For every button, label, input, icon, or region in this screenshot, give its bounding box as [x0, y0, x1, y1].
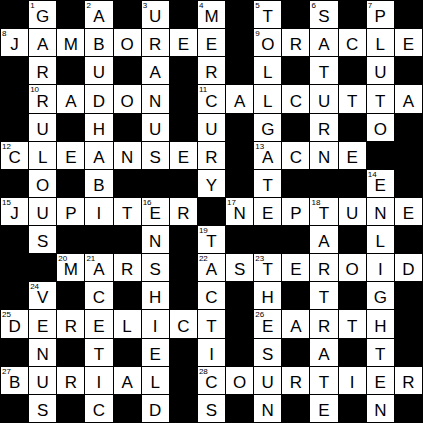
cell-r1-c7[interactable]: E	[198, 29, 225, 56]
black-cell-r2-c2	[57, 57, 84, 84]
cell-r11-c13[interactable]: H	[367, 310, 394, 337]
clue-number: 25	[2, 310, 11, 319]
cell-letter: J	[10, 36, 19, 56]
cell-r3-c5[interactable]: N	[142, 85, 169, 112]
cell-letter: A	[93, 261, 104, 281]
cell-r14-c9[interactable]: N	[254, 395, 281, 422]
cell-letter: S	[150, 149, 161, 169]
cell-letter: T	[263, 261, 273, 281]
cell-r2-c3[interactable]: U	[85, 57, 112, 84]
cell-letter: U	[37, 374, 49, 394]
cell-r1-c13[interactable]: L	[367, 29, 394, 56]
cell-r13-c12[interactable]: I	[339, 367, 366, 394]
cell-r14-c7[interactable]: S	[198, 395, 225, 422]
cell-r5-c9[interactable]: 13A	[254, 142, 281, 169]
cell-r5-c7[interactable]: R	[198, 142, 225, 169]
cell-letter: U	[37, 205, 49, 225]
cell-r6-c1[interactable]: O	[29, 170, 56, 197]
black-cell-r8-c4	[114, 226, 141, 253]
cell-letter: H	[374, 318, 386, 338]
black-cell-r2-c12	[339, 57, 366, 84]
clue-number: 12	[2, 142, 11, 151]
cell-r7-c10[interactable]: P	[282, 198, 309, 225]
cell-r12-c13[interactable]: T	[367, 339, 394, 366]
clue-number: 4	[199, 1, 203, 10]
cell-r4-c1[interactable]: U	[29, 114, 56, 141]
cell-r3-c8[interactable]: A	[226, 85, 253, 112]
black-cell-r2-c6	[170, 57, 197, 84]
cell-r7-c9[interactable]: E	[254, 198, 281, 225]
clue-number: 1	[30, 1, 34, 10]
clue-number: 28	[199, 367, 208, 376]
cell-r3-c14[interactable]: A	[395, 85, 422, 112]
cell-letter: I	[209, 346, 214, 366]
black-cell-r6-c0	[1, 170, 28, 197]
cell-r2-c7[interactable]: R	[198, 57, 225, 84]
cell-letter: A	[37, 36, 48, 56]
cell-letter: A	[234, 93, 245, 113]
cell-r3-c4[interactable]: O	[114, 85, 141, 112]
black-cell-r12-c4	[114, 339, 141, 366]
cell-letter: A	[318, 346, 329, 366]
clue-number: 13	[255, 142, 264, 151]
cell-letter: T	[263, 8, 273, 28]
cell-letter: S	[37, 233, 48, 253]
cell-r14-c1[interactable]: S	[29, 395, 56, 422]
cell-r9-c7[interactable]: 22A	[198, 254, 225, 281]
cell-letter: B	[93, 177, 104, 197]
black-cell-r2-c8	[226, 57, 253, 84]
cell-letter: R	[177, 205, 189, 225]
cell-letter: D	[8, 318, 20, 338]
cell-letter: T	[319, 205, 329, 225]
cell-r3-c10[interactable]: C	[282, 85, 309, 112]
black-cell-r12-c10	[282, 339, 309, 366]
cell-letter: V	[37, 289, 48, 309]
cell-letter: R	[318, 261, 330, 281]
clue-number: 10	[30, 85, 39, 94]
cell-r3-c3[interactable]: D	[85, 85, 112, 112]
cell-r1-c6[interactable]: E	[170, 29, 197, 56]
cell-letter: E	[65, 149, 76, 169]
cell-r6-c9[interactable]: T	[254, 170, 281, 197]
cell-r1-c4[interactable]: O	[114, 29, 141, 56]
clue-number: 11	[199, 85, 207, 94]
cell-r5-c1[interactable]: L	[29, 142, 56, 169]
black-cell-r14-c6	[170, 395, 197, 422]
cell-r0-c3[interactable]: 2A	[85, 1, 112, 28]
cell-r5-c5[interactable]: S	[142, 142, 169, 169]
cell-r12-c5[interactable]: E	[142, 339, 169, 366]
cell-r11-c12[interactable]: T	[339, 310, 366, 337]
cell-r13-c9[interactable]: U	[254, 367, 281, 394]
clue-number: 18	[311, 198, 320, 207]
cell-r10-c9[interactable]: H	[254, 282, 281, 309]
cell-letter: U	[205, 121, 217, 141]
black-cell-r6-c12	[339, 170, 366, 197]
cell-letter: U	[149, 8, 161, 28]
cell-letter: T	[375, 346, 385, 366]
cell-letter: E	[318, 402, 329, 422]
cell-r1-c9[interactable]: 9O	[254, 29, 281, 56]
cell-r8-c11[interactable]: A	[310, 226, 337, 253]
clue-number: 5	[255, 1, 259, 10]
cell-r10-c7[interactable]: C	[198, 282, 225, 309]
cell-r13-c5[interactable]: L	[142, 367, 169, 394]
cell-letter: A	[121, 374, 132, 394]
cell-letter: C	[93, 402, 105, 422]
cell-r6-c3[interactable]: B	[85, 170, 112, 197]
cell-letter: I	[97, 374, 102, 394]
clue-number: 14	[368, 170, 377, 179]
cell-letter: N	[149, 93, 161, 113]
cell-r5-c4[interactable]: N	[114, 142, 141, 169]
cell-r1-c14[interactable]: E	[395, 29, 422, 56]
cell-r3-c9[interactable]: L	[254, 85, 281, 112]
cell-r13-c3[interactable]: I	[85, 367, 112, 394]
cell-letter: R	[318, 121, 330, 141]
cell-letter: C	[205, 374, 217, 394]
cell-letter: E	[403, 36, 414, 56]
cell-r9-c8[interactable]: S	[226, 254, 253, 281]
cell-letter: E	[37, 318, 48, 338]
cell-r7-c5[interactable]: 16E	[142, 198, 169, 225]
cell-r6-c7[interactable]: Y	[198, 170, 225, 197]
cell-r13-c2[interactable]: R	[57, 367, 84, 394]
black-cell-r10-c10	[282, 282, 309, 309]
black-cell-r3-c0	[1, 85, 28, 112]
cell-r12-c1[interactable]: N	[29, 339, 56, 366]
cell-r7-c6[interactable]: R	[170, 198, 197, 225]
cell-r7-c13[interactable]: N	[367, 198, 394, 225]
cell-letter: G	[261, 121, 274, 141]
cell-letter: T	[206, 233, 216, 253]
black-cell-r14-c4	[114, 395, 141, 422]
black-cell-r8-c10	[282, 226, 309, 253]
cell-r13-c4[interactable]: A	[114, 367, 141, 394]
cell-letter: L	[122, 318, 131, 338]
cell-letter: N	[374, 402, 386, 422]
cell-r13-c0[interactable]: 27B	[1, 367, 28, 394]
cell-r1-c5[interactable]: R	[142, 29, 169, 56]
cell-r9-c14[interactable]: D	[395, 254, 422, 281]
clue-number: 19	[199, 226, 208, 235]
cell-letter: R	[65, 318, 77, 338]
cell-r0-c5[interactable]: 3U	[142, 1, 169, 28]
black-cell-r14-c12	[339, 395, 366, 422]
cell-r4-c5[interactable]: U	[142, 114, 169, 141]
black-cell-r8-c2	[57, 226, 84, 253]
cell-letter: E	[375, 374, 386, 394]
cell-letter: N	[374, 205, 386, 225]
cell-r0-c11[interactable]: 6S	[310, 1, 337, 28]
cell-letter: D	[149, 402, 161, 422]
black-cell-r8-c12	[339, 226, 366, 253]
cell-r1-c1[interactable]: A	[29, 29, 56, 56]
cell-r14-c13[interactable]: N	[367, 395, 394, 422]
cell-r13-c8[interactable]: O	[226, 367, 253, 394]
clue-number: 2	[86, 1, 90, 10]
cell-letter: E	[178, 36, 189, 56]
cell-letter: S	[37, 402, 48, 422]
cell-r10-c13[interactable]: G	[367, 282, 394, 309]
cell-r12-c9[interactable]: S	[254, 339, 281, 366]
cell-r13-c10[interactable]: R	[282, 367, 309, 394]
black-cell-r12-c8	[226, 339, 253, 366]
cell-r11-c1[interactable]: E	[29, 310, 56, 337]
cell-r3-c7[interactable]: 11C	[198, 85, 225, 112]
cell-r1-c12[interactable]: C	[339, 29, 366, 56]
cell-r11-c6[interactable]: C	[170, 310, 197, 337]
black-cell-r6-c5	[142, 170, 169, 197]
cell-r7-c11[interactable]: 18T	[310, 198, 337, 225]
cell-r13-c11[interactable]: T	[310, 367, 337, 394]
cell-letter: E	[375, 177, 386, 197]
cell-r4-c13[interactable]: O	[367, 114, 394, 141]
cell-r11-c9[interactable]: 26E	[254, 310, 281, 337]
cell-letter: C	[346, 36, 358, 56]
cell-r6-c13[interactable]: 14E	[367, 170, 394, 197]
cell-r7-c4[interactable]: T	[114, 198, 141, 225]
cell-letter: U	[374, 64, 386, 84]
cell-r9-c3[interactable]: 21A	[85, 254, 112, 281]
cell-r0-c1[interactable]: 1G	[29, 1, 56, 28]
cell-letter: S	[234, 261, 245, 281]
cell-r8-c5[interactable]: N	[142, 226, 169, 253]
cell-r10-c1[interactable]: 24V	[29, 282, 56, 309]
cell-letter: R	[149, 36, 161, 56]
cell-letter: T	[319, 64, 329, 84]
black-cell-r5-c13	[367, 142, 394, 169]
cell-letter: A	[318, 233, 329, 253]
cell-letter: R	[290, 36, 302, 56]
cell-letter: T	[319, 374, 329, 394]
cell-letter: N	[262, 402, 274, 422]
cell-r1-c3[interactable]: B	[85, 29, 112, 56]
cell-letter: H	[262, 289, 274, 309]
cell-letter: A	[93, 149, 104, 169]
black-cell-r8-c3	[85, 226, 112, 253]
clue-number: 23	[255, 254, 264, 263]
cell-r12-c7[interactable]: I	[198, 339, 225, 366]
cell-letter: S	[150, 261, 161, 281]
cell-r2-c11[interactable]: T	[310, 57, 337, 84]
black-cell-r6-c8	[226, 170, 253, 197]
cell-r14-c5[interactable]: D	[142, 395, 169, 422]
cell-letter: E	[150, 346, 161, 366]
cell-letter: E	[346, 149, 357, 169]
black-cell-r4-c2	[57, 114, 84, 141]
cell-r11-c3[interactable]: E	[85, 310, 112, 337]
cell-r10-c5[interactable]: H	[142, 282, 169, 309]
clue-number: 24	[30, 282, 39, 291]
cell-r7-c8[interactable]: 17N	[226, 198, 253, 225]
cell-r7-c14[interactable]: E	[395, 198, 422, 225]
cell-letter: E	[93, 318, 104, 338]
cell-r0-c9[interactable]: 5T	[254, 1, 281, 28]
cell-letter: U	[318, 93, 330, 113]
black-cell-r7-c7	[198, 198, 225, 225]
clue-number: 26	[255, 310, 264, 319]
cell-letter: S	[262, 346, 273, 366]
cell-r3-c1[interactable]: 10R	[29, 85, 56, 112]
cell-r3-c11[interactable]: U	[310, 85, 337, 112]
cell-letter: T	[319, 289, 329, 309]
cell-r8-c1[interactable]: S	[29, 226, 56, 253]
black-cell-r6-c2	[57, 170, 84, 197]
black-cell-r8-c14	[395, 226, 422, 253]
black-cell-r10-c2	[57, 282, 84, 309]
cell-r11-c7[interactable]: T	[198, 310, 225, 337]
cell-letter: B	[9, 374, 20, 394]
crossword-grid: 1G2A3U4M5T6S7P8JAMBOREE9ORACLERUARLTU10R…	[0, 0, 423, 423]
cell-r3-c2[interactable]: A	[57, 85, 84, 112]
cell-letter: P	[65, 205, 76, 225]
cell-r10-c11[interactable]: T	[310, 282, 337, 309]
cell-r12-c11[interactable]: A	[310, 339, 337, 366]
clue-number: 16	[143, 198, 152, 207]
cell-r13-c7[interactable]: 28C	[198, 367, 225, 394]
black-cell-r0-c4	[114, 1, 141, 28]
cell-letter: B	[93, 36, 104, 56]
cell-r1-c11[interactable]: A	[310, 29, 337, 56]
cell-letter: A	[150, 64, 161, 84]
cell-r7-c0[interactable]: 15J	[1, 198, 28, 225]
cell-letter: N	[318, 149, 330, 169]
black-cell-r12-c0	[1, 339, 28, 366]
cell-r5-c11[interactable]: N	[310, 142, 337, 169]
cell-r3-c13[interactable]: T	[367, 85, 394, 112]
cell-r5-c12[interactable]: E	[339, 142, 366, 169]
cell-r7-c2[interactable]: P	[57, 198, 84, 225]
cell-r9-c11[interactable]: R	[310, 254, 337, 281]
cell-r5-c10[interactable]: C	[282, 142, 309, 169]
cell-letter: D	[402, 261, 414, 281]
cell-r4-c11[interactable]: R	[310, 114, 337, 141]
cell-r9-c9[interactable]: 23T	[254, 254, 281, 281]
cell-r10-c3[interactable]: C	[85, 282, 112, 309]
cell-letter: E	[262, 318, 273, 338]
cell-letter: T	[347, 93, 357, 113]
cell-letter: M	[64, 261, 78, 281]
black-cell-r11-c14	[395, 310, 422, 337]
cell-letter: C	[205, 93, 217, 113]
cell-r7-c12[interactable]: U	[339, 198, 366, 225]
cell-letter: E	[150, 205, 161, 225]
cell-r13-c13[interactable]: E	[367, 367, 394, 394]
cell-r0-c13[interactable]: 7P	[367, 1, 394, 28]
cell-letter: C	[205, 289, 217, 309]
cell-letter: A	[93, 8, 104, 28]
cell-r2-c1[interactable]: R	[29, 57, 56, 84]
black-cell-r9-c6	[170, 254, 197, 281]
cell-r1-c2[interactable]: M	[57, 29, 84, 56]
cell-r2-c13[interactable]: U	[367, 57, 394, 84]
black-cell-r12-c2	[57, 339, 84, 366]
cell-letter: R	[205, 149, 217, 169]
cell-r5-c3[interactable]: A	[85, 142, 112, 169]
cell-r7-c3[interactable]: I	[85, 198, 112, 225]
clue-number: 6	[311, 1, 315, 10]
cell-letter: G	[36, 8, 49, 28]
cell-r0-c7[interactable]: 4M	[198, 1, 225, 28]
cell-r5-c2[interactable]: E	[57, 142, 84, 169]
cell-r11-c10[interactable]: A	[282, 310, 309, 337]
cell-letter: Y	[206, 177, 217, 197]
cell-r11-c4[interactable]: L	[114, 310, 141, 337]
cell-r8-c13[interactable]: L	[367, 226, 394, 253]
clue-number: 21	[86, 254, 95, 263]
cell-r9-c13[interactable]: I	[367, 254, 394, 281]
cell-r9-c5[interactable]: S	[142, 254, 169, 281]
cell-r2-c5[interactable]: A	[142, 57, 169, 84]
cell-letter: I	[153, 318, 158, 338]
cell-r11-c11[interactable]: R	[310, 310, 337, 337]
black-cell-r4-c10	[282, 114, 309, 141]
cell-r9-c10[interactable]: E	[282, 254, 309, 281]
cell-r13-c1[interactable]: U	[29, 367, 56, 394]
cell-r9-c4[interactable]: R	[114, 254, 141, 281]
black-cell-r14-c10	[282, 395, 309, 422]
cell-r11-c0[interactable]: 25D	[1, 310, 28, 337]
cell-r4-c7[interactable]: U	[198, 114, 225, 141]
cell-r14-c3[interactable]: C	[85, 395, 112, 422]
cell-r5-c0[interactable]: 12C	[1, 142, 28, 169]
cell-letter: E	[206, 36, 217, 56]
cell-r7-c1[interactable]: U	[29, 198, 56, 225]
cell-letter: C	[177, 318, 189, 338]
black-cell-r9-c1	[29, 254, 56, 281]
cell-r14-c11[interactable]: E	[310, 395, 337, 422]
cell-r3-c12[interactable]: T	[339, 85, 366, 112]
cell-r9-c12[interactable]: O	[339, 254, 366, 281]
black-cell-r0-c8	[226, 1, 253, 28]
cell-letter: L	[263, 64, 272, 84]
cell-r11-c2[interactable]: R	[57, 310, 84, 337]
cell-letter: R	[402, 374, 414, 394]
black-cell-r4-c0	[1, 114, 28, 141]
cell-r1-c10[interactable]: R	[282, 29, 309, 56]
black-cell-r10-c12	[339, 282, 366, 309]
cell-r12-c3[interactable]: T	[85, 339, 112, 366]
black-cell-r0-c14	[395, 1, 422, 28]
black-cell-r14-c14	[395, 395, 422, 422]
black-cell-r12-c14	[395, 339, 422, 366]
cell-r1-c0[interactable]: 8J	[1, 29, 28, 56]
cell-r4-c3[interactable]: H	[85, 114, 112, 141]
black-cell-r2-c4	[114, 57, 141, 84]
cell-r4-c9[interactable]: G	[254, 114, 281, 141]
cell-letter: A	[206, 261, 217, 281]
black-cell-r5-c14	[395, 142, 422, 169]
cell-r13-c14[interactable]: R	[395, 367, 422, 394]
cell-r8-c7[interactable]: 19T	[198, 226, 225, 253]
black-cell-r10-c6	[170, 282, 197, 309]
cell-letter: T	[375, 93, 385, 113]
cell-letter: U	[149, 121, 161, 141]
cell-letter: R	[318, 318, 330, 338]
black-cell-r2-c10	[282, 57, 309, 84]
cell-r2-c9[interactable]: L	[254, 57, 281, 84]
cell-r5-c6[interactable]: E	[170, 142, 197, 169]
cell-letter: N	[121, 149, 133, 169]
cell-r9-c2[interactable]: 20M	[57, 254, 84, 281]
black-cell-r10-c14	[395, 282, 422, 309]
cell-r11-c5[interactable]: I	[142, 310, 169, 337]
cell-letter: R	[37, 93, 49, 113]
cell-letter: M	[64, 36, 78, 56]
cell-letter: A	[290, 318, 301, 338]
